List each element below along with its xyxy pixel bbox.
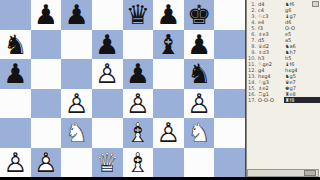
black-king-piece: ♚ <box>184 0 215 30</box>
square-a2[interactable]: ♟♙ <box>0 148 31 178</box>
square-b4[interactable] <box>31 89 62 119</box>
square-d4[interactable] <box>92 89 123 119</box>
square-h5[interactable] <box>214 59 245 89</box>
move-list-scrollbar[interactable] <box>247 169 319 177</box>
square-h4[interactable] <box>214 89 245 119</box>
square-c6[interactable] <box>61 30 92 60</box>
white-pawn-piece: ♟♙ <box>92 59 123 89</box>
black-move-selected[interactable]: ♜f8 <box>284 97 320 103</box>
square-f6[interactable]: ♝ <box>153 30 184 60</box>
white-knight-piece: ♞♘ <box>184 118 215 148</box>
move-row-17: 17.O-O-O♜f8 <box>247 97 320 103</box>
square-c5[interactable] <box>61 59 92 89</box>
square-c4[interactable]: ♟♙ <box>61 89 92 119</box>
square-f3[interactable]: ♟♙ <box>153 118 184 148</box>
square-f2[interactable] <box>153 148 184 178</box>
square-b5[interactable] <box>31 59 62 89</box>
black-pawn-piece: ♟ <box>184 30 215 60</box>
square-e5[interactable]: ♟ <box>123 59 154 89</box>
square-d2[interactable]: ♛♕ <box>92 148 123 178</box>
square-g3[interactable]: ♞♘ <box>184 118 215 148</box>
square-d5[interactable]: ♟♙ <box>92 59 123 89</box>
white-bishop-piece: ♝♗ <box>123 148 154 178</box>
white-knight-piece: ♞♘ <box>61 118 92 148</box>
move-list-panel: 1.d4♞f62.c4g63.♘c3♝g74.e4d65.f3O-O6.♗e3e… <box>246 0 320 177</box>
chess-board: ♟♟♛♟♚♞♟♝♟♟♟♙♟♞♟♙♟♙♟♙♞♘♝♗♟♙♞♘♟♙♟♙♛♕♝♗ <box>0 0 246 177</box>
black-pawn-piece: ♟ <box>0 59 31 89</box>
square-c2[interactable] <box>61 148 92 178</box>
white-bishop-piece: ♝♗ <box>123 118 154 148</box>
black-pawn-piece: ♟ <box>31 0 62 30</box>
scrollbar-thumb[interactable] <box>304 170 316 176</box>
square-b7[interactable]: ♟ <box>31 0 62 30</box>
square-g4[interactable]: ♟♙ <box>184 89 215 119</box>
square-a4[interactable] <box>0 89 31 119</box>
white-pawn-piece: ♟♙ <box>153 118 184 148</box>
square-g7[interactable]: ♚ <box>184 0 215 30</box>
black-knight-piece: ♞ <box>184 59 215 89</box>
square-e4[interactable]: ♟♙ <box>123 89 154 119</box>
square-g6[interactable]: ♟ <box>184 30 215 60</box>
video-frame: ♟♟♛♟♚♞♟♝♟♟♟♙♟♞♟♙♟♙♟♙♞♘♝♗♟♙♞♘♟♙♟♙♛♕♝♗ 1.d… <box>0 0 320 180</box>
white-pawn-piece: ♟♙ <box>61 89 92 119</box>
white-pawn-piece: ♟♙ <box>31 148 62 178</box>
black-knight-piece: ♞ <box>0 30 31 60</box>
black-pawn-piece: ♟ <box>61 0 92 30</box>
square-f5[interactable] <box>153 59 184 89</box>
white-move[interactable]: O-O-O <box>257 97 284 103</box>
black-queen-piece: ♛ <box>123 0 154 30</box>
black-pawn-piece: ♟ <box>123 59 154 89</box>
black-pawn-piece: ♟ <box>153 0 184 30</box>
white-pawn-piece: ♟♙ <box>0 148 31 178</box>
square-d3[interactable] <box>92 118 123 148</box>
letterbox-bar <box>0 177 320 180</box>
square-e7[interactable]: ♛ <box>123 0 154 30</box>
square-a3[interactable] <box>0 118 31 148</box>
square-a6[interactable]: ♞ <box>0 30 31 60</box>
square-g2[interactable] <box>184 148 215 178</box>
square-d7[interactable] <box>92 0 123 30</box>
white-pawn-piece: ♟♙ <box>123 89 154 119</box>
square-a7[interactable] <box>0 0 31 30</box>
square-c3[interactable]: ♞♘ <box>61 118 92 148</box>
black-bishop-piece: ♝ <box>153 30 184 60</box>
square-b6[interactable] <box>31 30 62 60</box>
square-e6[interactable] <box>123 30 154 60</box>
square-f7[interactable]: ♟ <box>153 0 184 30</box>
square-f4[interactable] <box>153 89 184 119</box>
square-d6[interactable]: ♟ <box>92 30 123 60</box>
square-e3[interactable]: ♝♗ <box>123 118 154 148</box>
square-h2[interactable] <box>214 148 245 178</box>
white-queen-piece: ♛♕ <box>92 148 123 178</box>
move-list: 1.d4♞f62.c4g63.♘c3♝g74.e4d65.f3O-O6.♗e3e… <box>247 1 320 103</box>
square-h6[interactable] <box>214 30 245 60</box>
square-a5[interactable]: ♟ <box>0 59 31 89</box>
move-number: 17. <box>247 97 257 103</box>
square-c7[interactable]: ♟ <box>61 0 92 30</box>
square-e2[interactable]: ♝♗ <box>123 148 154 178</box>
square-h3[interactable] <box>214 118 245 148</box>
square-b2[interactable]: ♟♙ <box>31 148 62 178</box>
black-pawn-piece: ♟ <box>92 30 123 60</box>
square-g5[interactable]: ♞ <box>184 59 215 89</box>
square-h7[interactable] <box>214 0 245 30</box>
white-pawn-piece: ♟♙ <box>184 89 215 119</box>
square-b3[interactable] <box>31 118 62 148</box>
